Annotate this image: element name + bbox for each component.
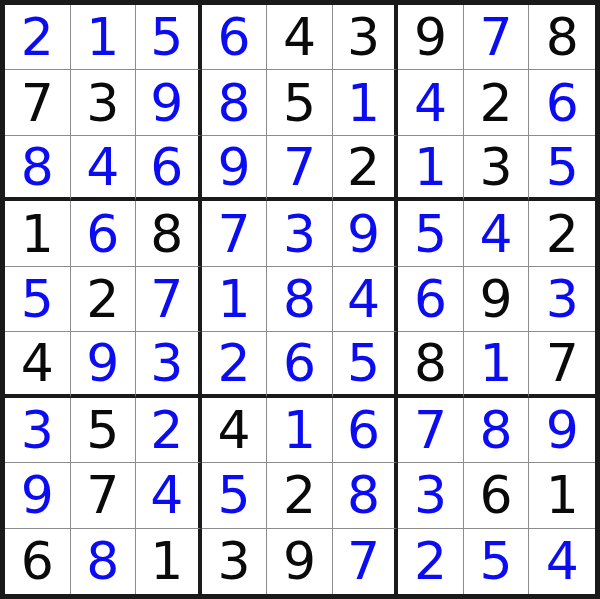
cell-r8c2[interactable]: 7 (71, 463, 137, 528)
cell-r3c3[interactable]: 6 (136, 136, 202, 201)
cell-r6c8[interactable]: 1 (464, 332, 530, 397)
cell-r7c2[interactable]: 5 (71, 398, 137, 463)
cell-r1c6[interactable]: 3 (333, 5, 399, 70)
cell-r4c5[interactable]: 3 (267, 201, 333, 266)
cell-r3c2[interactable]: 4 (71, 136, 137, 201)
cell-r8c1[interactable]: 9 (5, 463, 71, 528)
cell-r9c5[interactable]: 9 (267, 529, 333, 594)
cell-r2c8[interactable]: 2 (464, 70, 530, 135)
cell-r9c1[interactable]: 6 (5, 529, 71, 594)
cell-r5c1[interactable]: 5 (5, 267, 71, 332)
cell-r8c8[interactable]: 6 (464, 463, 530, 528)
cell-r8c7[interactable]: 3 (398, 463, 464, 528)
cell-r1c5[interactable]: 4 (267, 5, 333, 70)
cell-r3c1[interactable]: 8 (5, 136, 71, 201)
cell-r7c7[interactable]: 7 (398, 398, 464, 463)
cell-r1c1[interactable]: 2 (5, 5, 71, 70)
cell-r6c6[interactable]: 5 (333, 332, 399, 397)
cell-r6c9[interactable]: 7 (529, 332, 595, 397)
cell-r4c8[interactable]: 4 (464, 201, 530, 266)
cell-r5c8[interactable]: 9 (464, 267, 530, 332)
cell-r3c5[interactable]: 7 (267, 136, 333, 201)
cell-r6c3[interactable]: 3 (136, 332, 202, 397)
cell-r9c9[interactable]: 4 (529, 529, 595, 594)
cell-r4c2[interactable]: 6 (71, 201, 137, 266)
cell-r6c7[interactable]: 8 (398, 332, 464, 397)
cell-r2c3[interactable]: 9 (136, 70, 202, 135)
cell-r2c1[interactable]: 7 (5, 70, 71, 135)
cell-r6c1[interactable]: 4 (5, 332, 71, 397)
cell-r1c3[interactable]: 5 (136, 5, 202, 70)
cell-r7c8[interactable]: 8 (464, 398, 530, 463)
cell-r6c4[interactable]: 2 (202, 332, 268, 397)
cell-r3c8[interactable]: 3 (464, 136, 530, 201)
cell-r9c6[interactable]: 7 (333, 529, 399, 594)
cell-r9c3[interactable]: 1 (136, 529, 202, 594)
cell-r7c3[interactable]: 2 (136, 398, 202, 463)
cell-r6c2[interactable]: 9 (71, 332, 137, 397)
cell-r1c4[interactable]: 6 (202, 5, 268, 70)
cell-r2c7[interactable]: 4 (398, 70, 464, 135)
cell-r3c6[interactable]: 2 (333, 136, 399, 201)
cell-r9c8[interactable]: 5 (464, 529, 530, 594)
cell-r3c9[interactable]: 5 (529, 136, 595, 201)
cell-r2c2[interactable]: 3 (71, 70, 137, 135)
cell-r4c3[interactable]: 8 (136, 201, 202, 266)
cell-r9c2[interactable]: 8 (71, 529, 137, 594)
cell-r5c6[interactable]: 4 (333, 267, 399, 332)
cell-r8c4[interactable]: 5 (202, 463, 268, 528)
cell-r2c4[interactable]: 8 (202, 70, 268, 135)
cell-r5c7[interactable]: 6 (398, 267, 464, 332)
cell-r8c5[interactable]: 2 (267, 463, 333, 528)
cell-r7c4[interactable]: 4 (202, 398, 268, 463)
sudoku-board: 2156439787398514268469721351687395425271… (0, 0, 600, 599)
cell-r4c1[interactable]: 1 (5, 201, 71, 266)
cell-r8c6[interactable]: 8 (333, 463, 399, 528)
cell-r2c6[interactable]: 1 (333, 70, 399, 135)
cell-r7c6[interactable]: 6 (333, 398, 399, 463)
cell-r1c8[interactable]: 7 (464, 5, 530, 70)
cell-r7c9[interactable]: 9 (529, 398, 595, 463)
cell-r5c9[interactable]: 3 (529, 267, 595, 332)
cell-r1c7[interactable]: 9 (398, 5, 464, 70)
cell-r6c5[interactable]: 6 (267, 332, 333, 397)
cell-r8c3[interactable]: 4 (136, 463, 202, 528)
cell-r3c7[interactable]: 1 (398, 136, 464, 201)
cell-r7c5[interactable]: 1 (267, 398, 333, 463)
cell-r4c9[interactable]: 2 (529, 201, 595, 266)
cell-r4c6[interactable]: 9 (333, 201, 399, 266)
cell-r1c2[interactable]: 1 (71, 5, 137, 70)
cell-r7c1[interactable]: 3 (5, 398, 71, 463)
cell-r4c7[interactable]: 5 (398, 201, 464, 266)
cell-r4c4[interactable]: 7 (202, 201, 268, 266)
cell-r9c7[interactable]: 2 (398, 529, 464, 594)
cell-r5c5[interactable]: 8 (267, 267, 333, 332)
cell-r5c3[interactable]: 7 (136, 267, 202, 332)
cell-r2c9[interactable]: 6 (529, 70, 595, 135)
cell-r8c9[interactable]: 1 (529, 463, 595, 528)
cell-r3c4[interactable]: 9 (202, 136, 268, 201)
cell-r5c4[interactable]: 1 (202, 267, 268, 332)
cell-r5c2[interactable]: 2 (71, 267, 137, 332)
cell-r1c9[interactable]: 8 (529, 5, 595, 70)
cell-r2c5[interactable]: 5 (267, 70, 333, 135)
cell-r9c4[interactable]: 3 (202, 529, 268, 594)
